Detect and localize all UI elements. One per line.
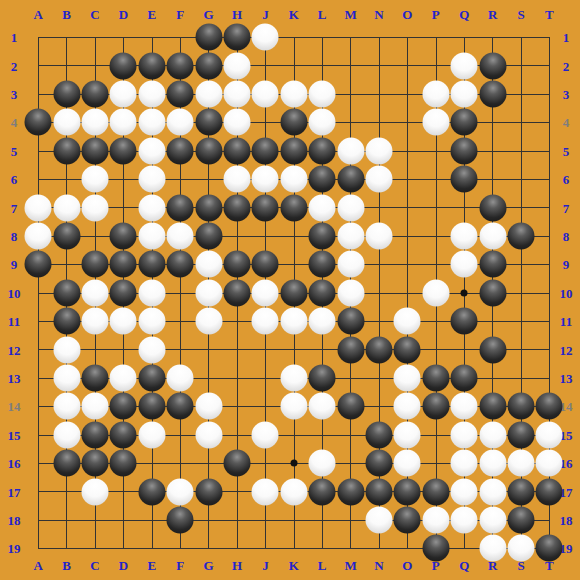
white-stone[interactable]: [479, 507, 506, 534]
white-stone[interactable]: [280, 166, 307, 193]
row-label: 16: [8, 457, 21, 470]
black-stone[interactable]: [280, 137, 307, 164]
black-stone[interactable]: [82, 421, 109, 448]
row-label: 2: [11, 59, 18, 72]
white-stone[interactable]: [138, 166, 165, 193]
white-stone[interactable]: [280, 365, 307, 392]
white-stone[interactable]: [252, 24, 279, 51]
column-label: J: [262, 559, 269, 572]
hoshi-point: [461, 289, 468, 296]
black-stone[interactable]: [82, 137, 109, 164]
white-stone[interactable]: [224, 52, 251, 79]
white-stone[interactable]: [479, 450, 506, 477]
row-label: 13: [8, 372, 21, 385]
black-stone[interactable]: [167, 81, 194, 108]
black-stone[interactable]: [479, 194, 506, 221]
white-stone[interactable]: [138, 421, 165, 448]
black-stone[interactable]: [110, 450, 137, 477]
white-stone[interactable]: [337, 137, 364, 164]
black-stone[interactable]: [82, 450, 109, 477]
white-stone[interactable]: [53, 109, 80, 136]
white-stone[interactable]: [53, 365, 80, 392]
white-stone[interactable]: [366, 223, 393, 250]
black-stone[interactable]: [366, 450, 393, 477]
black-stone[interactable]: [309, 166, 336, 193]
white-stone[interactable]: [53, 194, 80, 221]
row-label: 6: [563, 173, 570, 186]
white-stone[interactable]: [451, 507, 478, 534]
row-label: 1: [11, 31, 18, 44]
black-stone[interactable]: [110, 137, 137, 164]
column-label: H: [232, 8, 242, 21]
column-label: R: [488, 8, 497, 21]
white-stone[interactable]: [53, 393, 80, 420]
row-label: 3: [563, 88, 570, 101]
white-stone[interactable]: [451, 52, 478, 79]
black-stone[interactable]: [337, 308, 364, 335]
black-stone[interactable]: [195, 24, 222, 51]
black-stone[interactable]: [309, 478, 336, 505]
white-stone[interactable]: [195, 393, 222, 420]
white-stone[interactable]: [167, 478, 194, 505]
column-label: O: [402, 8, 412, 21]
white-stone[interactable]: [110, 81, 137, 108]
white-stone[interactable]: [110, 365, 137, 392]
white-stone[interactable]: [394, 365, 421, 392]
white-stone[interactable]: [536, 450, 563, 477]
column-label: Q: [459, 8, 469, 21]
white-stone[interactable]: [337, 279, 364, 306]
column-label: O: [402, 559, 412, 572]
white-stone[interactable]: [309, 109, 336, 136]
black-stone[interactable]: [337, 478, 364, 505]
white-stone[interactable]: [451, 223, 478, 250]
black-stone[interactable]: [167, 393, 194, 420]
black-stone[interactable]: [479, 336, 506, 363]
black-stone[interactable]: [451, 109, 478, 136]
black-stone[interactable]: [280, 109, 307, 136]
black-stone[interactable]: [508, 393, 535, 420]
black-stone[interactable]: [110, 393, 137, 420]
black-stone[interactable]: [167, 194, 194, 221]
white-stone[interactable]: [422, 507, 449, 534]
white-stone[interactable]: [252, 308, 279, 335]
column-label: F: [176, 8, 184, 21]
row-label: 15: [8, 428, 21, 441]
white-stone[interactable]: [224, 81, 251, 108]
white-stone[interactable]: [82, 166, 109, 193]
white-stone[interactable]: [167, 109, 194, 136]
white-stone[interactable]: [82, 308, 109, 335]
column-label: K: [289, 8, 299, 21]
white-stone[interactable]: [508, 450, 535, 477]
black-stone[interactable]: [167, 52, 194, 79]
black-stone[interactable]: [82, 365, 109, 392]
white-stone[interactable]: [479, 421, 506, 448]
black-stone[interactable]: [394, 507, 421, 534]
white-stone[interactable]: [25, 194, 52, 221]
black-stone[interactable]: [394, 478, 421, 505]
white-stone[interactable]: [451, 393, 478, 420]
column-label: D: [119, 8, 128, 21]
black-stone[interactable]: [337, 393, 364, 420]
black-stone[interactable]: [138, 52, 165, 79]
white-stone[interactable]: [422, 279, 449, 306]
column-label: S: [517, 8, 524, 21]
go-board[interactable]: ABCDEFGHJKLMNOPQRST ABCDEFGHJKLMNOPQRST …: [0, 0, 580, 580]
black-stone[interactable]: [536, 478, 563, 505]
white-stone[interactable]: [394, 308, 421, 335]
white-stone[interactable]: [82, 279, 109, 306]
column-label: B: [62, 8, 71, 21]
column-label: M: [344, 8, 356, 21]
black-stone[interactable]: [508, 478, 535, 505]
black-stone[interactable]: [508, 223, 535, 250]
white-stone[interactable]: [138, 279, 165, 306]
black-stone[interactable]: [536, 535, 563, 562]
white-stone[interactable]: [309, 81, 336, 108]
white-stone[interactable]: [451, 421, 478, 448]
black-stone[interactable]: [422, 393, 449, 420]
white-stone[interactable]: [110, 308, 137, 335]
black-stone[interactable]: [309, 137, 336, 164]
row-label: 18: [560, 514, 573, 527]
black-stone[interactable]: [110, 223, 137, 250]
row-label: 3: [11, 88, 18, 101]
black-stone[interactable]: [394, 336, 421, 363]
column-label: N: [374, 559, 383, 572]
white-stone[interactable]: [337, 194, 364, 221]
white-stone[interactable]: [309, 450, 336, 477]
white-stone[interactable]: [479, 478, 506, 505]
white-stone[interactable]: [309, 194, 336, 221]
black-stone[interactable]: [195, 137, 222, 164]
column-label: G: [204, 8, 214, 21]
black-stone[interactable]: [53, 223, 80, 250]
black-stone[interactable]: [422, 478, 449, 505]
white-stone[interactable]: [138, 308, 165, 335]
black-stone[interactable]: [508, 507, 535, 534]
white-stone[interactable]: [394, 393, 421, 420]
black-stone[interactable]: [138, 478, 165, 505]
black-stone[interactable]: [224, 194, 251, 221]
black-stone[interactable]: [224, 251, 251, 278]
black-stone[interactable]: [252, 251, 279, 278]
black-stone[interactable]: [224, 279, 251, 306]
row-label: 12: [8, 343, 21, 356]
white-stone[interactable]: [224, 166, 251, 193]
black-stone[interactable]: [53, 450, 80, 477]
column-label: C: [90, 8, 99, 21]
white-stone[interactable]: [82, 109, 109, 136]
black-stone[interactable]: [53, 81, 80, 108]
black-stone[interactable]: [309, 279, 336, 306]
row-label: 10: [8, 286, 21, 299]
white-stone[interactable]: [252, 478, 279, 505]
black-stone[interactable]: [536, 393, 563, 420]
black-stone[interactable]: [25, 109, 52, 136]
white-stone[interactable]: [167, 365, 194, 392]
column-label: G: [204, 559, 214, 572]
column-label: K: [289, 559, 299, 572]
white-stone[interactable]: [451, 81, 478, 108]
row-label: 19: [8, 542, 21, 555]
black-stone[interactable]: [366, 336, 393, 363]
black-stone[interactable]: [167, 137, 194, 164]
black-stone[interactable]: [451, 137, 478, 164]
row-label: 13: [560, 372, 573, 385]
white-stone[interactable]: [280, 308, 307, 335]
white-stone[interactable]: [138, 81, 165, 108]
white-stone[interactable]: [252, 166, 279, 193]
black-stone[interactable]: [309, 365, 336, 392]
black-stone[interactable]: [195, 52, 222, 79]
row-label: 18: [8, 514, 21, 527]
black-stone[interactable]: [479, 52, 506, 79]
row-label: 4: [563, 116, 570, 129]
column-label: L: [318, 8, 327, 21]
black-stone[interactable]: [280, 279, 307, 306]
black-stone[interactable]: [479, 251, 506, 278]
column-label: Q: [459, 559, 469, 572]
white-stone[interactable]: [138, 137, 165, 164]
column-label: E: [147, 8, 156, 21]
black-stone[interactable]: [451, 166, 478, 193]
column-label: M: [344, 559, 356, 572]
column-label: N: [374, 8, 383, 21]
white-stone[interactable]: [280, 81, 307, 108]
white-stone[interactable]: [82, 478, 109, 505]
white-stone[interactable]: [252, 279, 279, 306]
column-label: H: [232, 559, 242, 572]
black-stone[interactable]: [479, 81, 506, 108]
black-stone[interactable]: [82, 251, 109, 278]
white-stone[interactable]: [82, 194, 109, 221]
black-stone[interactable]: [422, 365, 449, 392]
white-stone[interactable]: [252, 421, 279, 448]
black-stone[interactable]: [167, 251, 194, 278]
white-stone[interactable]: [138, 109, 165, 136]
black-stone[interactable]: [224, 24, 251, 51]
column-label: D: [119, 559, 128, 572]
row-label: 8: [563, 230, 570, 243]
black-stone[interactable]: [224, 137, 251, 164]
black-stone[interactable]: [309, 251, 336, 278]
column-label: J: [262, 8, 269, 21]
white-stone[interactable]: [138, 194, 165, 221]
white-stone[interactable]: [138, 336, 165, 363]
white-stone[interactable]: [479, 535, 506, 562]
row-label: 11: [8, 315, 20, 328]
black-stone[interactable]: [195, 478, 222, 505]
column-label: A: [33, 559, 42, 572]
black-stone[interactable]: [110, 279, 137, 306]
row-label: 9: [11, 258, 18, 271]
column-label: P: [432, 8, 440, 21]
column-label: C: [90, 559, 99, 572]
hoshi-point: [290, 460, 297, 467]
white-stone[interactable]: [451, 478, 478, 505]
black-stone[interactable]: [451, 308, 478, 335]
row-label: 1: [563, 31, 570, 44]
black-stone[interactable]: [479, 279, 506, 306]
black-stone[interactable]: [337, 336, 364, 363]
white-stone[interactable]: [451, 450, 478, 477]
black-stone[interactable]: [138, 393, 165, 420]
white-stone[interactable]: [195, 308, 222, 335]
black-stone[interactable]: [82, 81, 109, 108]
row-label: 5: [11, 144, 18, 157]
row-label: 6: [11, 173, 18, 186]
white-stone[interactable]: [309, 308, 336, 335]
row-label: 10: [560, 286, 573, 299]
black-stone[interactable]: [195, 194, 222, 221]
black-stone[interactable]: [195, 109, 222, 136]
row-label: 5: [563, 144, 570, 157]
column-label: A: [33, 8, 42, 21]
black-stone[interactable]: [110, 421, 137, 448]
white-stone[interactable]: [195, 421, 222, 448]
white-stone[interactable]: [309, 393, 336, 420]
black-stone[interactable]: [479, 393, 506, 420]
black-stone[interactable]: [337, 166, 364, 193]
column-label: L: [318, 559, 327, 572]
black-stone[interactable]: [138, 365, 165, 392]
column-label: F: [176, 559, 184, 572]
black-stone[interactable]: [53, 137, 80, 164]
row-label: 9: [563, 258, 570, 271]
white-stone[interactable]: [82, 393, 109, 420]
row-label: 11: [560, 315, 572, 328]
white-stone[interactable]: [394, 421, 421, 448]
white-stone[interactable]: [195, 279, 222, 306]
row-label: 2: [563, 59, 570, 72]
white-stone[interactable]: [337, 251, 364, 278]
black-stone[interactable]: [422, 535, 449, 562]
column-label: T: [545, 8, 554, 21]
row-label: 8: [11, 230, 18, 243]
white-stone[interactable]: [110, 109, 137, 136]
black-stone[interactable]: [451, 365, 478, 392]
white-stone[interactable]: [366, 137, 393, 164]
column-label: E: [147, 559, 156, 572]
white-stone[interactable]: [280, 393, 307, 420]
black-stone[interactable]: [252, 137, 279, 164]
white-stone[interactable]: [394, 450, 421, 477]
white-stone[interactable]: [195, 251, 222, 278]
white-stone[interactable]: [224, 109, 251, 136]
white-stone[interactable]: [138, 223, 165, 250]
white-stone[interactable]: [337, 223, 364, 250]
white-stone[interactable]: [451, 251, 478, 278]
white-stone[interactable]: [53, 421, 80, 448]
white-stone[interactable]: [167, 223, 194, 250]
black-stone[interactable]: [366, 421, 393, 448]
row-label: 12: [560, 343, 573, 356]
row-label: 7: [11, 201, 18, 214]
black-stone[interactable]: [309, 223, 336, 250]
white-stone[interactable]: [53, 336, 80, 363]
row-label: 14: [8, 400, 21, 413]
white-stone[interactable]: [280, 478, 307, 505]
white-stone[interactable]: [195, 81, 222, 108]
black-stone[interactable]: [224, 450, 251, 477]
black-stone[interactable]: [138, 251, 165, 278]
black-stone[interactable]: [366, 478, 393, 505]
white-stone[interactable]: [366, 507, 393, 534]
white-stone[interactable]: [508, 535, 535, 562]
white-stone[interactable]: [422, 81, 449, 108]
row-label: 7: [563, 201, 570, 214]
black-stone[interactable]: [110, 52, 137, 79]
black-stone[interactable]: [252, 194, 279, 221]
black-stone[interactable]: [53, 308, 80, 335]
row-label: 17: [8, 485, 21, 498]
white-stone[interactable]: [422, 109, 449, 136]
white-stone[interactable]: [479, 223, 506, 250]
row-label: 4: [11, 116, 18, 129]
black-stone[interactable]: [508, 421, 535, 448]
white-stone[interactable]: [366, 166, 393, 193]
white-stone[interactable]: [25, 223, 52, 250]
black-stone[interactable]: [195, 223, 222, 250]
black-stone[interactable]: [25, 251, 52, 278]
black-stone[interactable]: [167, 507, 194, 534]
white-stone[interactable]: [536, 421, 563, 448]
white-stone[interactable]: [252, 81, 279, 108]
black-stone[interactable]: [110, 251, 137, 278]
black-stone[interactable]: [53, 279, 80, 306]
column-label: B: [62, 559, 71, 572]
black-stone[interactable]: [280, 194, 307, 221]
